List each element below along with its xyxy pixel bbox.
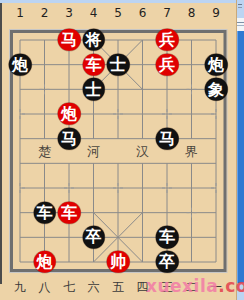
xiangqi-app-window: 123456789 楚河汉界 马将兵炮车士兵炮士象炮马马车车卒车炮帅卒 九八七六… [0,0,244,300]
point-r3c3[interactable] [57,77,82,102]
point-r6c2[interactable] [32,151,57,176]
bottom-label-3: 七 [63,281,75,294]
point-r6c7[interactable] [155,151,180,176]
point-r3c5[interactable] [106,77,131,102]
point-r2c4[interactable]: 车 [81,52,106,77]
point-r4c4[interactable] [81,102,106,127]
point-r4c5[interactable] [106,102,131,127]
point-r10c8[interactable] [179,250,204,275]
point-r9c4[interactable]: 卒 [81,225,106,250]
piece-black-soldier[interactable]: 卒 [156,251,179,274]
point-r4c2[interactable] [32,102,57,127]
top-label-6: 6 [139,7,147,20]
point-r3c1[interactable] [8,77,33,102]
piece-black-soldier[interactable]: 卒 [82,226,105,249]
point-r2c3[interactable] [57,52,82,77]
piece-red-general[interactable]: 帅 [107,251,130,274]
watermark-text: xuexila [146,276,218,296]
point-r2c8[interactable] [179,52,204,77]
point-r3c8[interactable] [179,77,204,102]
point-r4c7[interactable] [155,102,180,127]
point-r5c3[interactable]: 马 [57,126,82,151]
point-r8c4[interactable] [81,200,106,225]
point-r5c7[interactable]: 马 [155,126,180,151]
point-r8c8[interactable] [179,200,204,225]
point-r9c7[interactable]: 车 [155,225,180,250]
piece-black-chariot[interactable]: 车 [156,226,179,249]
point-r7c1[interactable] [8,176,33,201]
point-r9c1[interactable] [8,225,33,250]
point-r1c1[interactable] [8,28,33,53]
point-r2c5[interactable]: 士 [106,52,131,77]
point-r9c5[interactable] [106,225,131,250]
piece-red-cannon[interactable]: 炮 [33,251,56,274]
point-r2c1[interactable]: 炮 [8,52,33,77]
point-r5c1[interactable] [8,126,33,151]
xiangqi-board: 马将兵炮车士兵炮士象炮马马车车卒车炮帅卒 [8,28,229,275]
point-r1c6[interactable] [130,28,155,53]
point-r10c9[interactable] [204,250,229,275]
background-window-text-sliver [238,4,242,5]
point-r8c7[interactable] [155,200,180,225]
piece-red-horse[interactable]: 马 [58,29,81,52]
top-label-5: 5 [114,7,122,20]
piece-black-horse[interactable]: 马 [156,127,179,150]
point-r1c3[interactable]: 马 [57,28,82,53]
point-r8c2[interactable]: 车 [32,200,57,225]
point-r4c6[interactable] [130,102,155,127]
point-r10c4[interactable] [81,250,106,275]
point-r8c6[interactable] [130,200,155,225]
bottom-label-5: 五 [112,281,124,294]
point-r4c1[interactable] [8,102,33,127]
point-r1c9[interactable] [204,28,229,53]
point-r5c9[interactable] [204,126,229,151]
point-r6c9[interactable] [204,151,229,176]
bottom-label-1: 九 [14,281,26,294]
point-r1c2[interactable] [32,28,57,53]
point-r9c6[interactable] [130,225,155,250]
point-r9c8[interactable] [179,225,204,250]
piece-black-general[interactable]: 将 [82,29,105,52]
top-label-7: 7 [163,7,171,20]
point-r5c5[interactable] [106,126,131,151]
point-r7c9[interactable] [204,176,229,201]
point-r5c4[interactable] [81,126,106,151]
top-label-8: 8 [188,7,196,20]
menu-lines-icon [237,22,244,23]
background-window-edge[interactable] [237,31,244,283]
point-r6c3[interactable] [57,151,82,176]
point-r7c8[interactable] [179,176,204,201]
point-r10c3[interactable] [57,250,82,275]
piece-red-soldier[interactable]: 兵 [156,29,179,52]
point-r5c6[interactable] [130,126,155,151]
point-r4c3[interactable]: 炮 [57,102,82,127]
point-r5c8[interactable] [179,126,204,151]
point-r4c9[interactable] [204,102,229,127]
bottom-label-4: 六 [88,281,100,294]
point-r4c8[interactable] [179,102,204,127]
piece-black-cannon[interactable]: 炮 [205,53,228,76]
point-r6c8[interactable] [179,151,204,176]
point-r2c6[interactable] [130,52,155,77]
point-r1c4[interactable]: 将 [81,28,106,53]
point-r7c6[interactable] [130,176,155,201]
point-r3c4[interactable]: 士 [81,77,106,102]
piece-red-chariot[interactable]: 车 [82,53,105,76]
point-r7c7[interactable] [155,176,180,201]
piece-black-cannon[interactable]: 炮 [9,53,32,76]
point-r6c1[interactable] [8,151,33,176]
point-r9c9[interactable] [204,225,229,250]
point-r6c6[interactable] [130,151,155,176]
point-r3c6[interactable] [130,77,155,102]
point-r5c2[interactable] [32,126,57,151]
point-r7c5[interactable] [106,176,131,201]
point-r2c9[interactable]: 炮 [204,52,229,77]
piece-black-advisor[interactable]: 士 [82,78,105,101]
point-r7c3[interactable] [57,176,82,201]
piece-black-elephant[interactable]: 象 [205,78,228,101]
watermark: xuexila.com [146,277,244,295]
background-window-menu-icon[interactable] [237,18,244,31]
top-label-4: 4 [90,7,98,20]
point-r6c5[interactable] [106,151,131,176]
piece-red-chariot[interactable]: 车 [58,201,81,224]
point-r8c3[interactable]: 车 [57,200,82,225]
bottom-label-2: 八 [39,281,51,294]
point-r7c2[interactable] [32,176,57,201]
piece-red-soldier[interactable]: 兵 [156,53,179,76]
top-label-1: 1 [16,7,24,20]
point-r2c2[interactable] [32,52,57,77]
point-r9c3[interactable] [57,225,82,250]
piece-black-chariot[interactable]: 车 [33,201,56,224]
point-r10c7[interactable]: 卒 [155,250,180,275]
background-window-top [237,0,244,18]
point-r7c4[interactable] [81,176,106,201]
point-r6c4[interactable] [81,151,106,176]
top-label-2: 2 [41,7,49,20]
point-r1c8[interactable] [179,28,204,53]
watermark-suffix: .com [218,276,244,296]
piece-black-advisor[interactable]: 士 [107,53,130,76]
point-r10c6[interactable] [130,250,155,275]
point-r1c5[interactable] [106,28,131,53]
point-r10c5[interactable]: 帅 [106,250,131,275]
point-r8c9[interactable] [204,200,229,225]
point-r3c2[interactable] [32,77,57,102]
point-r3c7[interactable] [155,77,180,102]
top-label-9: 9 [212,7,220,20]
point-r2c7[interactable]: 兵 [155,52,180,77]
point-r8c5[interactable] [106,200,131,225]
point-r3c9[interactable]: 象 [204,77,229,102]
point-r8c1[interactable] [8,200,33,225]
point-r10c1[interactable] [8,250,33,275]
point-r10c2[interactable]: 炮 [32,250,57,275]
point-r9c2[interactable] [32,225,57,250]
top-label-3: 3 [65,7,73,20]
piece-black-horse[interactable]: 马 [58,127,81,150]
point-r1c7[interactable]: 兵 [155,28,180,53]
piece-red-cannon[interactable]: 炮 [58,103,81,126]
